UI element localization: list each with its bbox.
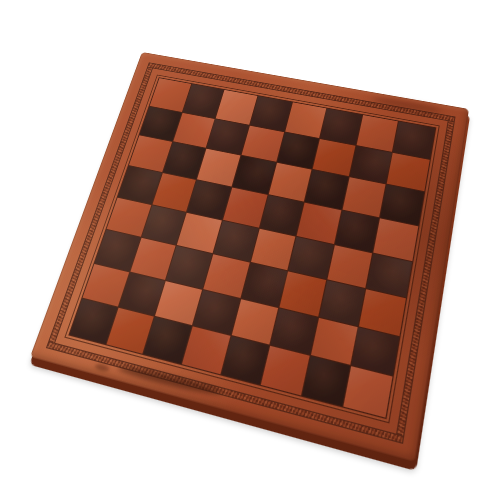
chessboard — [30, 52, 469, 462]
board-leather-top — [30, 52, 469, 462]
product-photo-background — [0, 0, 500, 500]
square-g1 — [302, 356, 351, 406]
square-f1 — [261, 346, 309, 395]
square-h1 — [344, 367, 393, 418]
